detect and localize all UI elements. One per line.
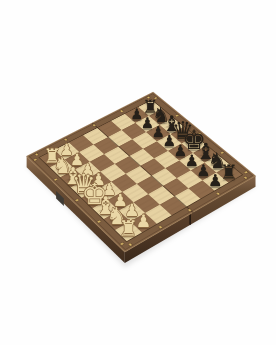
brass-dot xyxy=(244,176,248,179)
corner-marker-a8 xyxy=(152,92,153,93)
brass-dot xyxy=(159,226,163,229)
brass-dot xyxy=(33,159,37,161)
brass-dot xyxy=(97,220,101,223)
corner-marker-a1 xyxy=(26,156,27,157)
brass-dot xyxy=(35,153,39,155)
brass-dot xyxy=(54,178,58,181)
brass-dot xyxy=(120,242,124,245)
piece-white-rook[interactable]: ♜ xyxy=(119,218,139,240)
brass-dot xyxy=(216,192,220,195)
brass-dot xyxy=(244,171,248,174)
piece-black-pawn[interactable]: ♟ xyxy=(208,173,223,189)
product-photo-scene: ♜♞♝♛♚♝♞♜♟♟♟♟♟♟♟♟♟♟♟♟♟♟♟♟♜♞♝♛♚♝♞♜ xyxy=(0,0,276,345)
brass-dot xyxy=(128,243,132,246)
brass-dot xyxy=(75,199,79,202)
brass-dot xyxy=(120,110,123,112)
